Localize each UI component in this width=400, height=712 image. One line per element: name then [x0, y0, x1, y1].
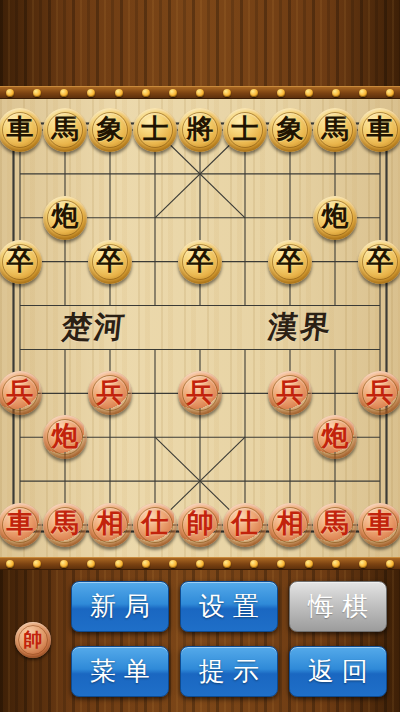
piece-glyph: 將 — [187, 116, 214, 143]
piece-glyph: 炮 — [52, 423, 79, 450]
gold-stud — [33, 89, 41, 97]
gold-stud — [305, 89, 313, 97]
piece-glyph: 炮 — [322, 203, 349, 230]
piece-glyph: 馬 — [322, 510, 349, 537]
piece-glyph: 車 — [7, 116, 34, 143]
piece-glyph: 車 — [367, 116, 394, 143]
piece-glyph: 卒 — [187, 247, 214, 274]
piece-glyph: 卒 — [277, 247, 304, 274]
gold-stud — [33, 560, 41, 568]
piece-red-horse[interactable]: 馬 — [313, 503, 357, 547]
piece-black-horse[interactable]: 馬 — [313, 108, 357, 152]
piece-black-soldier[interactable]: 卒 — [88, 240, 132, 284]
piece-glyph: 兵 — [367, 379, 394, 406]
gold-stud — [359, 89, 367, 97]
piece-red-soldier[interactable]: 兵 — [358, 371, 400, 415]
gold-stud — [250, 560, 258, 568]
piece-glyph: 炮 — [322, 423, 349, 450]
gold-stud — [169, 560, 177, 568]
piece-glyph: 相 — [97, 510, 124, 537]
gold-stud — [6, 89, 14, 97]
xiangqi-board[interactable]: 楚河 漢界 車馬象士將士象馬車炮炮卒卒卒卒卒兵兵兵兵兵炮炮車馬相仕帥仕相馬車 — [0, 99, 400, 557]
board-grid — [0, 99, 400, 557]
gold-stud — [305, 560, 313, 568]
piece-black-cannon[interactable]: 炮 — [313, 196, 357, 240]
piece-black-advisor[interactable]: 士 — [223, 108, 267, 152]
piece-red-cannon[interactable]: 炮 — [43, 415, 87, 459]
piece-red-soldier[interactable]: 兵 — [88, 371, 132, 415]
piece-black-chariot[interactable]: 車 — [358, 108, 400, 152]
gold-stud — [359, 560, 367, 568]
piece-black-soldier[interactable]: 卒 — [178, 240, 222, 284]
piece-black-advisor[interactable]: 士 — [133, 108, 177, 152]
gold-stud — [115, 89, 123, 97]
gold-stud — [223, 560, 231, 568]
piece-glyph: 炮 — [52, 203, 79, 230]
piece-red-general[interactable]: 帥 — [178, 503, 222, 547]
gold-stud — [250, 89, 258, 97]
piece-black-horse[interactable]: 馬 — [43, 108, 87, 152]
piece-glyph: 士 — [142, 116, 169, 143]
piece-red-cannon[interactable]: 炮 — [313, 415, 357, 459]
piece-black-soldier[interactable]: 卒 — [268, 240, 312, 284]
turn-indicator-piece: 帥 — [15, 622, 51, 658]
piece-glyph: 兵 — [97, 379, 124, 406]
btn-new-game[interactable]: 新局 — [71, 581, 169, 632]
btn-back[interactable]: 返回 — [289, 646, 387, 697]
app-screen: 楚河 漢界 車馬象士將士象馬車炮炮卒卒卒卒卒兵兵兵兵兵炮炮車馬相仕帥仕相馬車 帥… — [0, 0, 400, 712]
btn-menu[interactable]: 菜单 — [71, 646, 169, 697]
piece-glyph: 卒 — [7, 247, 34, 274]
piece-glyph: 仕 — [142, 510, 169, 537]
piece-red-elephant[interactable]: 相 — [268, 503, 312, 547]
gold-stud — [332, 89, 340, 97]
piece-glyph: 車 — [367, 510, 394, 537]
gold-stud — [60, 560, 68, 568]
red-general-glyph: 帥 — [24, 627, 43, 653]
piece-black-elephant[interactable]: 象 — [88, 108, 132, 152]
piece-red-horse[interactable]: 馬 — [43, 503, 87, 547]
gold-stud — [223, 89, 231, 97]
gold-stud — [115, 560, 123, 568]
piece-red-soldier[interactable]: 兵 — [178, 371, 222, 415]
piece-black-soldier[interactable]: 卒 — [358, 240, 400, 284]
gold-stud — [277, 560, 285, 568]
piece-glyph: 帥 — [187, 510, 214, 537]
piece-black-soldier[interactable]: 卒 — [0, 240, 42, 284]
gold-stud — [386, 560, 394, 568]
piece-black-cannon[interactable]: 炮 — [43, 196, 87, 240]
gold-stud — [169, 89, 177, 97]
piece-red-advisor[interactable]: 仕 — [223, 503, 267, 547]
piece-black-general[interactable]: 將 — [178, 108, 222, 152]
gold-stud — [332, 560, 340, 568]
piece-red-advisor[interactable]: 仕 — [133, 503, 177, 547]
piece-glyph: 馬 — [52, 510, 79, 537]
piece-glyph: 士 — [232, 116, 259, 143]
piece-red-elephant[interactable]: 相 — [88, 503, 132, 547]
gold-stud — [196, 560, 204, 568]
piece-glyph: 兵 — [277, 379, 304, 406]
piece-glyph: 馬 — [322, 116, 349, 143]
board-frame-bottom — [0, 557, 400, 570]
piece-black-elephant[interactable]: 象 — [268, 108, 312, 152]
gold-stud — [87, 560, 95, 568]
piece-glyph: 仕 — [232, 510, 259, 537]
piece-glyph: 馬 — [52, 116, 79, 143]
piece-red-chariot[interactable]: 車 — [358, 503, 400, 547]
piece-glyph: 象 — [97, 116, 124, 143]
piece-glyph: 兵 — [187, 379, 214, 406]
btn-hint[interactable]: 提示 — [180, 646, 278, 697]
gold-stud — [142, 89, 150, 97]
piece-glyph: 車 — [7, 510, 34, 537]
piece-red-soldier[interactable]: 兵 — [268, 371, 312, 415]
board-frame-top — [0, 86, 400, 99]
btn-undo: 悔棋 — [289, 581, 387, 632]
piece-glyph: 象 — [277, 116, 304, 143]
gold-stud — [6, 560, 14, 568]
btn-settings[interactable]: 设置 — [180, 581, 278, 632]
gold-stud — [386, 89, 394, 97]
piece-glyph: 相 — [277, 510, 304, 537]
gold-stud — [60, 89, 68, 97]
piece-black-chariot[interactable]: 車 — [0, 108, 42, 152]
gold-stud — [87, 89, 95, 97]
river-label-han-jie: 漢界 — [266, 309, 334, 345]
piece-glyph: 兵 — [7, 379, 34, 406]
piece-glyph: 卒 — [367, 247, 394, 274]
gold-stud — [196, 89, 204, 97]
piece-red-chariot[interactable]: 車 — [0, 503, 42, 547]
piece-glyph: 卒 — [97, 247, 124, 274]
river-label-chu-he: 楚河 — [60, 309, 128, 345]
gold-stud — [277, 89, 285, 97]
gold-stud — [142, 560, 150, 568]
